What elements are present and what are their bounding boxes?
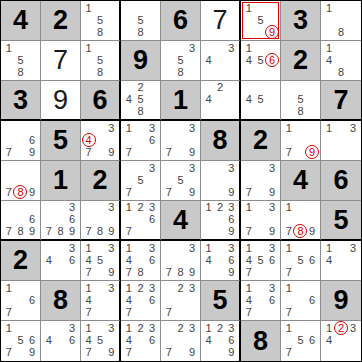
cell-r8c6[interactable]: 5 [201, 281, 241, 321]
empty-slot [347, 334, 359, 346]
candidate-6-circled: 6 [266, 54, 278, 66]
candidate-4: 4 [123, 254, 135, 266]
candidate-6: 6 [26, 214, 38, 226]
cell-r8c7[interactable]: 13467 [241, 281, 281, 321]
candidate-grid: 34 [201, 41, 239, 80]
cell-r4c8[interactable]: 179 [281, 121, 321, 161]
empty-slot [123, 2, 135, 14]
given-digit: 7 [321, 81, 361, 119]
given-digit: 2 [281, 41, 320, 80]
candidate-1: 1 [3, 42, 15, 54]
candidate-3: 3 [347, 242, 359, 254]
candidate-4: 4 [203, 94, 214, 106]
cell-r1c6[interactable]: 7 [201, 1, 241, 41]
cell-r9c9[interactable]: 1234 [321, 321, 361, 361]
candidate-3: 3 [226, 242, 237, 254]
given-digit: 5 [201, 281, 239, 320]
cell-r7c9[interactable]: 134 [321, 241, 361, 281]
empty-slot [214, 266, 225, 278]
candidate-2: 2 [135, 322, 147, 334]
empty-slot [335, 42, 347, 54]
cell-r9c5[interactable]: 2379 [161, 321, 201, 361]
candidate-grid: 148 [321, 41, 361, 80]
empty-slot [203, 162, 214, 174]
candidate-3: 3 [226, 322, 237, 334]
cell-r3c4[interactable]: 2458 [121, 81, 161, 121]
cell-r1c7[interactable]: 159 [241, 1, 281, 41]
candidate-3: 3 [186, 282, 198, 294]
empty-slot [306, 266, 318, 278]
candidate-1: 1 [243, 242, 255, 254]
empty-slot [186, 66, 198, 78]
empty-slot [335, 134, 347, 146]
candidate-5: 5 [94, 254, 105, 266]
empty-slot [347, 2, 359, 14]
candidate-4: 4 [83, 334, 94, 346]
empty-slot [106, 254, 117, 266]
candidate-1: 1 [83, 2, 94, 14]
empty-slot [323, 66, 335, 78]
cell-r3c8[interactable]: 58 [281, 81, 321, 121]
empty-slot [347, 254, 359, 266]
empty-slot [347, 54, 359, 66]
cell-r7c8[interactable]: 1567 [281, 241, 321, 281]
empty-slot [347, 146, 359, 158]
candidate-3: 3 [146, 122, 158, 134]
candidate-grid: 346 [41, 321, 80, 361]
candidate-9: 9 [26, 225, 38, 237]
candidate-grid: 167 [281, 281, 320, 320]
cell-r5c1[interactable]: 789 [1, 161, 41, 201]
empty-slot [214, 42, 225, 54]
cell-r6c8[interactable]: 1789 [281, 201, 321, 241]
candidate-grid: 179 [281, 121, 320, 160]
candidate-8: 8 [135, 105, 147, 117]
empty-slot [255, 2, 267, 14]
empty-slot [255, 294, 267, 306]
candidate-grid: 134567 [241, 241, 280, 280]
cell-r4c5[interactable]: 379 [161, 121, 201, 161]
cell-r8c2[interactable]: 8 [41, 281, 81, 321]
cell-r5c5[interactable]: 3579 [161, 161, 201, 201]
cell-r9c1[interactable]: 15679 [1, 321, 41, 361]
candidate-1: 1 [323, 2, 335, 14]
candidate-6: 6 [26, 294, 38, 306]
empty-slot [146, 105, 158, 117]
cell-r6c1[interactable]: 6789 [1, 201, 41, 241]
candidate-1: 1 [123, 202, 135, 214]
candidate-6: 6 [26, 134, 38, 146]
empty-slot [163, 174, 175, 186]
cell-r5c9[interactable]: 6 [321, 161, 361, 201]
empty-slot [106, 14, 117, 26]
candidate-4-circled: 4 [83, 134, 94, 146]
empty-slot [3, 162, 15, 174]
candidate-grid: 346 [41, 241, 80, 280]
cell-r2c2[interactable]: 7 [41, 41, 81, 81]
empty-slot [43, 214, 55, 226]
cell-r6c7[interactable]: 1379 [241, 201, 281, 241]
empty-slot [3, 174, 15, 186]
cell-r7c5[interactable]: 3789 [161, 241, 201, 281]
empty-slot [15, 294, 27, 306]
candidate-3: 3 [146, 202, 158, 214]
empty-slot [295, 347, 307, 359]
empty-slot [94, 146, 105, 158]
cell-r1c5[interactable]: 6 [161, 1, 201, 41]
candidate-4: 4 [43, 254, 55, 266]
candidate-4: 4 [123, 94, 135, 106]
cell-r2c8[interactable]: 2 [281, 41, 321, 81]
empty-slot [135, 306, 147, 318]
candidate-2: 2 [135, 82, 147, 94]
empty-slot [146, 82, 158, 94]
candidate-9: 9 [26, 347, 38, 359]
empty-slot [243, 82, 255, 94]
empty-slot [306, 105, 318, 117]
cell-r8c3[interactable]: 1347 [81, 281, 121, 321]
given-digit: 1 [161, 81, 200, 119]
empty-slot [255, 186, 267, 198]
empty-slot [15, 122, 27, 134]
empty-slot [3, 122, 15, 134]
candidate-6: 6 [146, 134, 158, 146]
candidate-grid: 789 [1, 161, 40, 200]
cell-r4c2[interactable]: 5 [41, 121, 81, 161]
empty-slot [266, 2, 278, 14]
candidate-grid: 45 [241, 81, 280, 119]
empty-slot [163, 242, 175, 254]
cell-r3c3[interactable]: 6 [81, 81, 121, 121]
candidate-7: 7 [163, 186, 175, 198]
candidate-6: 6 [266, 294, 278, 306]
cell-r2c3[interactable]: 158 [81, 41, 121, 81]
cell-r3c2[interactable]: 9 [41, 81, 81, 121]
empty-slot [163, 42, 175, 54]
empty-slot [15, 306, 27, 318]
empty-slot [323, 26, 335, 38]
empty-slot [283, 334, 295, 346]
empty-slot [214, 54, 225, 66]
candidate-4: 4 [203, 54, 214, 66]
cell-r4c7[interactable]: 2 [241, 121, 281, 161]
cell-r4c3[interactable]: 3479 [81, 121, 121, 161]
candidate-grid: 134579 [81, 241, 119, 280]
cell-r8c1[interactable]: 167 [1, 281, 41, 321]
cell-r4c9[interactable]: 13 [321, 121, 361, 161]
candidate-9: 9 [26, 146, 38, 158]
given-digit: 2 [1, 241, 40, 280]
cell-r1c2[interactable]: 2 [41, 1, 81, 41]
candidate-grid: 123467 [121, 281, 160, 320]
candidate-3: 3 [186, 42, 198, 54]
candidate-1: 1 [3, 322, 15, 334]
empty-slot [335, 334, 347, 346]
cell-r7c1[interactable]: 2 [1, 241, 41, 281]
empty-slot [83, 66, 94, 78]
empty-slot [175, 294, 187, 306]
empty-slot [123, 174, 135, 186]
cell-r2c7[interactable]: 1456 [241, 41, 281, 81]
empty-slot [3, 214, 15, 226]
empty-slot [266, 66, 278, 78]
cell-r8c8[interactable]: 167 [281, 281, 321, 321]
empty-slot [295, 82, 307, 94]
empty-slot [94, 266, 105, 278]
cell-r3c5[interactable]: 1 [161, 81, 201, 121]
cell-r6c6[interactable]: 12369 [201, 201, 241, 241]
candidate-1: 1 [283, 242, 295, 254]
candidate-7: 7 [243, 225, 255, 237]
candidate-7: 7 [3, 306, 15, 318]
cell-r5c4[interactable]: 357 [121, 161, 161, 201]
cell-r6c9[interactable]: 5 [321, 201, 361, 241]
candidate-3: 3 [186, 122, 198, 134]
cell-r9c3[interactable]: 134579 [81, 321, 121, 361]
cell-r9c2[interactable]: 346 [41, 321, 81, 361]
candidate-grid: 12369 [201, 201, 239, 239]
candidate-5: 5 [94, 54, 105, 66]
empty-slot [214, 66, 225, 78]
cell-r6c5[interactable]: 4 [161, 201, 201, 241]
candidate-6: 6 [226, 254, 237, 266]
cell-r2c5[interactable]: 358 [161, 41, 201, 81]
empty-slot [243, 14, 255, 26]
candidate-7: 7 [163, 266, 175, 278]
candidate-9: 9 [266, 225, 278, 237]
empty-slot [295, 282, 307, 294]
cell-r5c8[interactable]: 4 [281, 161, 321, 201]
empty-slot [306, 306, 318, 318]
empty-slot [335, 122, 347, 134]
empty-slot [335, 2, 347, 14]
candidate-8: 8 [15, 225, 27, 237]
given-digit: 9 [121, 41, 160, 80]
candidate-1: 1 [323, 122, 335, 134]
candidate-5: 5 [295, 334, 307, 346]
candidate-grid: 18 [321, 1, 361, 40]
empty-slot [266, 266, 278, 278]
empty-slot [175, 334, 187, 346]
cell-r7c4[interactable]: 134678 [121, 241, 161, 281]
empty-slot [106, 134, 117, 146]
candidate-grid: 1367 [121, 121, 160, 160]
empty-slot [347, 347, 359, 359]
empty-slot [94, 42, 105, 54]
candidate-7: 7 [243, 266, 255, 278]
empty-slot [203, 66, 214, 78]
empty-slot [347, 66, 359, 78]
empty-slot [347, 14, 359, 26]
empty-slot [186, 54, 198, 66]
cell-r1c3[interactable]: 158 [81, 1, 121, 41]
cell-r1c9[interactable]: 18 [321, 1, 361, 41]
candidate-9: 9 [226, 266, 237, 278]
given-digit: 1 [41, 161, 80, 200]
empty-slot [15, 214, 27, 226]
cell-r2c6[interactable]: 34 [201, 41, 241, 81]
candidate-1: 1 [203, 322, 214, 334]
candidate-4: 4 [43, 334, 55, 346]
empty-slot [306, 94, 318, 106]
empty-slot [214, 214, 225, 226]
empty-slot [255, 225, 267, 237]
empty-slot [94, 242, 105, 254]
candidate-7: 7 [83, 306, 94, 318]
cell-r3c1[interactable]: 3 [1, 81, 41, 121]
candidate-grid: 167 [1, 281, 40, 320]
cell-r4c4[interactable]: 1367 [121, 121, 161, 161]
cell-r8c9[interactable]: 9 [321, 281, 361, 321]
candidate-4: 4 [203, 334, 214, 346]
empty-slot [163, 54, 175, 66]
empty-slot [135, 146, 147, 158]
given-digit: 8 [201, 121, 239, 160]
empty-slot [335, 254, 347, 266]
candidate-5: 5 [94, 334, 105, 346]
cell-r2c1[interactable]: 158 [1, 41, 41, 81]
candidate-7: 7 [163, 146, 175, 158]
empty-slot [106, 214, 117, 226]
given-digit: 9 [321, 281, 361, 320]
empty-slot [55, 202, 67, 214]
empty-slot [106, 2, 117, 14]
cell-r2c4[interactable]: 9 [121, 41, 161, 81]
candidate-1: 1 [123, 242, 135, 254]
empty-slot [175, 122, 187, 134]
empty-slot [347, 42, 359, 54]
candidate-2: 2 [175, 322, 187, 334]
candidate-8: 8 [15, 66, 27, 78]
candidate-grid: 1347 [81, 281, 119, 320]
cell-r7c6[interactable]: 13469 [201, 241, 241, 281]
candidate-1: 1 [243, 202, 255, 214]
candidate-9: 9 [186, 347, 198, 359]
empty-slot [55, 347, 67, 359]
empty-slot [283, 94, 295, 106]
candidate-6: 6 [146, 254, 158, 266]
candidate-7: 7 [123, 266, 135, 278]
empty-slot [203, 266, 214, 278]
empty-slot [135, 294, 147, 306]
empty-slot [186, 334, 198, 346]
cell-r9c7[interactable]: 8 [241, 321, 281, 361]
candidate-grid: 1379 [241, 201, 280, 239]
empty-slot [203, 225, 214, 237]
candidate-9: 9 [306, 225, 318, 237]
candidate-grid: 379 [161, 121, 200, 160]
cell-r6c4[interactable]: 12367 [121, 201, 161, 241]
empty-slot [266, 174, 278, 186]
cell-r6c3[interactable]: 3789 [81, 201, 121, 241]
empty-slot [295, 134, 307, 146]
empty-slot [43, 202, 55, 214]
cell-r5c6[interactable]: 39 [201, 161, 241, 201]
cell-r3c6[interactable]: 24 [201, 81, 241, 121]
candidate-grid: 24 [201, 81, 239, 119]
empty-slot [243, 162, 255, 174]
empty-slot [214, 162, 225, 174]
cell-r1c4[interactable]: 58 [121, 1, 161, 41]
cell-r1c1[interactable]: 4 [1, 1, 41, 41]
candidate-2: 2 [135, 202, 147, 214]
candidate-6: 6 [306, 294, 318, 306]
empty-slot [94, 282, 105, 294]
empty-slot [335, 242, 347, 254]
candidate-5: 5 [295, 254, 307, 266]
candidate-grid: 134579 [81, 321, 119, 361]
empty-slot [175, 162, 187, 174]
cell-r5c3[interactable]: 2 [81, 161, 121, 201]
cell-r8c5[interactable]: 237 [161, 281, 201, 321]
cell-r7c3[interactable]: 134579 [81, 241, 121, 281]
candidate-9: 9 [106, 225, 117, 237]
candidate-5: 5 [15, 54, 27, 66]
given-digit: 4 [281, 161, 320, 200]
empty-slot [135, 122, 147, 134]
empty-slot [135, 2, 147, 14]
empty-slot [163, 282, 175, 294]
candidate-3: 3 [186, 322, 198, 334]
candidate-8: 8 [94, 66, 105, 78]
candidate-9: 9 [106, 347, 117, 359]
empty-slot [295, 202, 307, 214]
cell-r9c4[interactable]: 123467 [121, 321, 161, 361]
empty-slot [214, 225, 225, 237]
candidate-grid: 2458 [121, 81, 160, 119]
cell-r9c6[interactable]: 123469 [201, 321, 241, 361]
empty-slot [226, 66, 237, 78]
cell-r4c1[interactable]: 679 [1, 121, 41, 161]
cell-r9c8[interactable]: 1567 [281, 321, 321, 361]
cell-r4c6[interactable]: 8 [201, 121, 241, 161]
empty-slot [243, 174, 255, 186]
candidate-1: 1 [243, 2, 255, 14]
empty-slot [214, 254, 225, 266]
candidate-4: 4 [83, 254, 94, 266]
empty-slot [243, 105, 255, 117]
cell-r7c7[interactable]: 134567 [241, 241, 281, 281]
cell-r7c2[interactable]: 346 [41, 241, 81, 281]
candidate-grid: 134 [321, 241, 361, 280]
cell-r6c2[interactable]: 36789 [41, 201, 81, 241]
cell-r8c4[interactable]: 123467 [121, 281, 161, 321]
cell-r5c7[interactable]: 379 [241, 161, 281, 201]
candidate-grid: 134678 [121, 241, 160, 280]
cell-r5c2[interactable]: 1 [41, 161, 81, 201]
candidate-9: 9 [226, 225, 237, 237]
candidate-1: 1 [283, 122, 295, 134]
empty-slot [255, 162, 267, 174]
cell-r3c7[interactable]: 45 [241, 81, 281, 121]
candidate-4: 4 [243, 254, 255, 266]
empty-slot [323, 347, 335, 359]
candidate-9: 9 [186, 186, 198, 198]
empty-slot [123, 14, 135, 26]
empty-slot [43, 242, 55, 254]
candidate-7: 7 [163, 347, 175, 359]
empty-slot [295, 322, 307, 334]
empty-slot [55, 214, 67, 226]
candidate-7: 7 [283, 266, 295, 278]
candidate-9: 9 [226, 186, 237, 198]
cell-r3c9[interactable]: 7 [321, 81, 361, 121]
empty-slot [135, 134, 147, 146]
candidate-3: 3 [106, 242, 117, 254]
cell-r2c9[interactable]: 148 [321, 41, 361, 81]
empty-slot [283, 214, 295, 226]
cell-r1c8[interactable]: 3 [281, 1, 321, 41]
